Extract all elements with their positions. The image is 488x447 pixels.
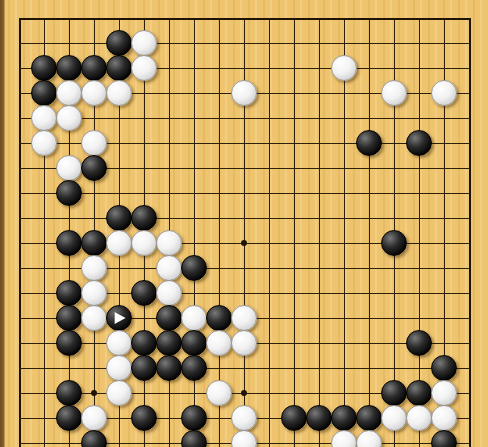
grid-line-horizontal <box>19 368 470 369</box>
black-stone[interactable] <box>181 330 207 356</box>
black-stone[interactable] <box>131 330 157 356</box>
white-stone[interactable] <box>106 330 132 356</box>
white-stone[interactable] <box>81 130 107 156</box>
go-board[interactable] <box>0 0 488 447</box>
white-stone[interactable] <box>56 105 82 131</box>
white-stone[interactable] <box>131 30 157 56</box>
black-stone[interactable] <box>406 380 432 406</box>
grid-line-vertical <box>19 18 21 447</box>
black-stone[interactable] <box>56 380 82 406</box>
black-stone[interactable] <box>81 55 107 81</box>
white-stone[interactable] <box>81 80 107 106</box>
grid-line-horizontal <box>19 218 470 219</box>
white-stone[interactable] <box>81 305 107 331</box>
white-stone[interactable] <box>131 230 157 256</box>
black-stone[interactable] <box>131 280 157 306</box>
white-stone[interactable] <box>231 80 257 106</box>
white-stone[interactable] <box>206 380 232 406</box>
black-stone[interactable] <box>81 430 107 447</box>
white-stone[interactable] <box>331 430 357 447</box>
grid-line-vertical <box>469 18 471 447</box>
black-stone[interactable] <box>156 355 182 381</box>
hoshi-point <box>91 390 97 396</box>
white-stone[interactable] <box>56 80 82 106</box>
grid-line-vertical <box>319 18 320 447</box>
black-stone[interactable] <box>131 355 157 381</box>
white-stone[interactable] <box>206 330 232 356</box>
hoshi-point <box>241 390 247 396</box>
black-stone[interactable] <box>31 80 57 106</box>
grid-line-vertical <box>294 18 295 447</box>
black-stone[interactable] <box>181 355 207 381</box>
white-stone[interactable] <box>31 130 57 156</box>
white-stone[interactable] <box>156 230 182 256</box>
black-stone[interactable] <box>56 305 82 331</box>
black-stone[interactable] <box>56 330 82 356</box>
black-stone[interactable] <box>181 430 207 447</box>
black-stone[interactable] <box>281 405 307 431</box>
white-stone[interactable] <box>156 280 182 306</box>
black-stone[interactable] <box>56 405 82 431</box>
black-stone[interactable] <box>106 55 132 81</box>
white-stone[interactable] <box>81 255 107 281</box>
white-stone[interactable] <box>231 430 257 447</box>
white-stone[interactable] <box>381 80 407 106</box>
black-stone[interactable] <box>56 55 82 81</box>
black-stone[interactable] <box>181 405 207 431</box>
white-stone[interactable] <box>431 80 457 106</box>
white-stone[interactable] <box>231 330 257 356</box>
white-stone[interactable] <box>331 55 357 81</box>
black-stone[interactable] <box>381 230 407 256</box>
hoshi-point <box>241 240 247 246</box>
black-stone[interactable] <box>156 330 182 356</box>
black-stone[interactable] <box>56 180 82 206</box>
grid-line-vertical <box>344 18 345 447</box>
white-stone[interactable] <box>231 305 257 331</box>
black-stone[interactable] <box>31 55 57 81</box>
black-stone[interactable] <box>431 430 457 447</box>
white-stone[interactable] <box>181 305 207 331</box>
white-stone[interactable] <box>81 405 107 431</box>
black-stone[interactable] <box>181 255 207 281</box>
white-stone[interactable] <box>381 405 407 431</box>
black-stone[interactable] <box>356 405 382 431</box>
black-stone[interactable] <box>106 205 132 231</box>
black-stone[interactable] <box>206 305 232 331</box>
black-stone[interactable] <box>131 205 157 231</box>
grid-line-vertical <box>194 18 195 447</box>
black-stone[interactable] <box>56 230 82 256</box>
black-stone[interactable] <box>81 230 107 256</box>
black-stone[interactable] <box>406 130 432 156</box>
white-stone[interactable] <box>106 80 132 106</box>
grid-line-horizontal <box>19 43 470 44</box>
grid-line-vertical <box>369 18 370 447</box>
white-stone[interactable] <box>106 230 132 256</box>
last-move-marker-icon <box>115 312 126 324</box>
white-stone[interactable] <box>431 405 457 431</box>
white-stone[interactable] <box>56 155 82 181</box>
white-stone[interactable] <box>31 105 57 131</box>
black-stone[interactable] <box>331 405 357 431</box>
black-stone[interactable] <box>156 305 182 331</box>
white-stone[interactable] <box>406 405 432 431</box>
grid-line-horizontal <box>19 118 470 119</box>
black-stone[interactable] <box>306 405 332 431</box>
black-stone[interactable] <box>406 330 432 356</box>
black-stone[interactable] <box>131 405 157 431</box>
black-stone[interactable] <box>56 280 82 306</box>
black-stone[interactable] <box>431 355 457 381</box>
white-stone[interactable] <box>356 430 382 447</box>
white-stone[interactable] <box>156 255 182 281</box>
white-stone[interactable] <box>81 280 107 306</box>
black-stone[interactable] <box>106 30 132 56</box>
white-stone[interactable] <box>231 405 257 431</box>
white-stone[interactable] <box>431 380 457 406</box>
black-stone[interactable] <box>81 155 107 181</box>
black-stone[interactable] <box>381 380 407 406</box>
white-stone[interactable] <box>106 355 132 381</box>
board-edge <box>0 0 5 447</box>
white-stone[interactable] <box>131 55 157 81</box>
grid-line-horizontal <box>19 18 470 20</box>
grid-line-horizontal <box>19 193 470 194</box>
black-stone[interactable] <box>356 130 382 156</box>
grid-line-vertical <box>269 18 270 447</box>
white-stone[interactable] <box>106 380 132 406</box>
